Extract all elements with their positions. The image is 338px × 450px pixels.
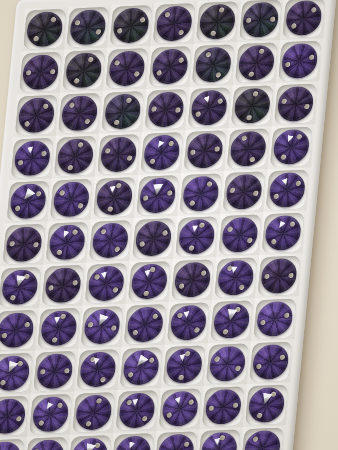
tray-cell	[107, 3, 154, 48]
tray-cell	[225, 126, 272, 171]
stitch-holes	[258, 208, 308, 257]
tray-cell	[21, 7, 68, 52]
tray-pocket	[241, 428, 284, 450]
tray-pocket	[0, 439, 25, 450]
stitch-holes	[137, 128, 187, 177]
stitch-holes	[190, 40, 237, 88]
tray-pocket	[163, 345, 206, 386]
stitch-holes	[70, 390, 117, 434]
light-glint	[152, 184, 163, 195]
stitch-holes	[46, 175, 96, 223]
tray-pocket	[7, 181, 50, 222]
stitch-holes	[163, 346, 206, 385]
tray-pocket	[132, 218, 175, 259]
rhinestone	[169, 304, 208, 341]
tray-pocket	[153, 3, 196, 44]
stitch-holes	[112, 386, 162, 435]
rhinestone	[1, 269, 40, 306]
rhinestone	[143, 134, 182, 171]
stitch-holes	[150, 0, 199, 48]
rhinestone	[52, 181, 91, 218]
stitch-holes	[65, 431, 115, 450]
tray-pocket	[188, 87, 231, 128]
tray-pocket	[33, 351, 76, 392]
tray-pocket	[159, 388, 202, 429]
tray-cell	[0, 437, 27, 450]
tray-cell	[109, 431, 156, 450]
stitch-holes	[279, 0, 328, 43]
tray-pocket	[120, 347, 163, 388]
stitch-holes	[242, 381, 291, 428]
tray-pocket	[266, 170, 309, 211]
rhinestone	[260, 258, 299, 295]
tray-cell	[78, 304, 125, 349]
tray-cell	[194, 0, 241, 44]
tray-pocket	[62, 50, 105, 91]
tray-cell	[185, 85, 232, 130]
tray-pocket	[97, 134, 140, 175]
tray-cell	[113, 388, 160, 433]
stitch-holes	[22, 434, 71, 450]
tray-cell	[0, 265, 44, 310]
tray-cell	[251, 296, 298, 341]
tray-cell	[64, 5, 111, 50]
tray-cell	[237, 0, 284, 42]
stitch-holes	[157, 384, 204, 432]
tray-pocket	[184, 130, 227, 171]
stitch-holes	[26, 390, 76, 439]
rhinestone	[91, 222, 130, 259]
rhinestone	[157, 433, 196, 450]
rhinestone	[64, 52, 103, 89]
stitch-holes	[203, 341, 251, 387]
tray-pocket	[15, 95, 58, 136]
rhinestone	[151, 48, 190, 85]
tray-pocket	[198, 429, 241, 450]
rhinestone	[122, 349, 161, 386]
tray-cell	[220, 169, 267, 214]
tray-pocket	[196, 1, 239, 42]
tray-cell	[208, 298, 255, 343]
tray-cell	[0, 351, 35, 396]
tray-cell	[177, 171, 224, 216]
tray-cell	[91, 175, 138, 220]
tray-cell	[259, 210, 306, 255]
rhinestone	[95, 179, 134, 216]
tray-pocket	[110, 5, 153, 46]
tray-cell	[142, 87, 189, 132]
tray-pocket	[179, 173, 222, 214]
stitch-holes	[273, 83, 318, 125]
rhinestone	[229, 131, 268, 168]
tray-pocket	[149, 46, 192, 87]
tray-cell	[190, 42, 237, 87]
rhinestone	[256, 301, 295, 338]
rhinestone	[83, 308, 122, 345]
tray-cell	[99, 89, 146, 134]
rhinestone	[134, 220, 173, 257]
stitch-holes	[163, 298, 213, 347]
tray-pocket	[50, 179, 93, 220]
rhinestone	[147, 91, 186, 128]
tray-grid	[0, 0, 327, 450]
tray-cell	[200, 384, 247, 429]
stitch-holes	[264, 166, 311, 214]
rhinestone	[112, 7, 151, 44]
tray-cell	[35, 306, 82, 351]
tray-pocket	[175, 216, 218, 257]
tray-pocket	[206, 343, 249, 384]
stitch-holes	[169, 255, 216, 303]
stitch-holes	[75, 345, 122, 393]
tray-pocket	[105, 48, 148, 89]
stitch-holes	[64, 4, 112, 50]
tray-cell	[243, 382, 290, 427]
tray-cell	[117, 345, 164, 390]
stitch-holes	[20, 5, 70, 54]
tray-cell	[103, 46, 150, 91]
rhinestone	[87, 265, 126, 302]
tray-pocket	[3, 224, 46, 265]
tray-pocket	[37, 308, 80, 349]
tray-cell	[74, 347, 121, 392]
rhinestone	[5, 226, 44, 263]
tray-pocket	[76, 349, 119, 390]
tray-cell	[169, 257, 216, 302]
tray-cell	[229, 83, 276, 128]
rhinestone	[25, 11, 64, 48]
tray-cell	[161, 343, 208, 388]
rhinestone	[56, 138, 95, 175]
stitch-holes	[212, 253, 260, 302]
tray-pocket	[270, 127, 313, 168]
rhinestone	[208, 346, 247, 383]
rhinestone	[130, 263, 169, 300]
rhinestone	[276, 86, 315, 123]
tray-pocket	[223, 171, 266, 212]
stitch-holes	[95, 132, 142, 176]
stitch-holes	[238, 423, 287, 450]
stitch-holes	[186, 83, 233, 131]
rhinestone	[21, 54, 60, 91]
tray-pocket	[249, 342, 292, 383]
rhinestone	[237, 45, 276, 82]
rhinestone	[194, 46, 233, 83]
tray-cell	[130, 216, 177, 261]
stitch-holes	[102, 45, 151, 92]
tray-cell	[27, 392, 74, 437]
tray-pocket	[111, 433, 154, 450]
tray-pocket	[54, 136, 97, 177]
tray-pocket	[93, 177, 136, 218]
stitch-holes	[222, 172, 265, 211]
rhinestone	[186, 132, 225, 169]
tray-cell	[52, 134, 99, 179]
rhinestone	[221, 217, 260, 254]
stitch-holes	[233, 41, 280, 85]
tray-pocket	[58, 93, 101, 134]
rhinestone	[0, 398, 27, 435]
rhinestone	[126, 306, 165, 343]
stitch-holes	[207, 298, 255, 344]
tray-pocket	[257, 256, 300, 297]
tray-pocket	[171, 259, 214, 300]
tray-cell	[122, 302, 169, 347]
tray-pocket	[0, 267, 41, 308]
rhinestone	[225, 174, 264, 211]
stitch-holes	[266, 123, 316, 171]
tray-pocket	[167, 302, 210, 343]
tray-cell	[48, 177, 95, 222]
stitch-holes	[12, 90, 62, 139]
tray-pocket	[282, 0, 325, 38]
stitch-holes	[42, 218, 92, 266]
stitch-holes	[21, 54, 60, 91]
tray-pocket	[140, 132, 183, 173]
stitch-holes	[176, 169, 226, 218]
stitch-holes	[81, 259, 131, 307]
tray-cell	[247, 339, 294, 384]
tray-cell	[181, 128, 228, 173]
tray-pocket	[192, 44, 235, 85]
rhinestone	[35, 353, 74, 390]
tray-pocket	[124, 304, 167, 345]
rhinestone	[0, 312, 35, 349]
tray-cell	[60, 48, 107, 93]
tray-pocket	[68, 435, 111, 450]
tray-cell	[44, 220, 91, 265]
stitch-holes	[249, 339, 292, 385]
rhinestone	[75, 394, 114, 431]
rhinestone	[165, 347, 204, 384]
tray-pocket	[202, 386, 245, 427]
stitch-holes	[121, 300, 170, 349]
rhinestone	[99, 136, 138, 173]
stitch-holes	[173, 215, 220, 259]
stitch-holes	[80, 307, 123, 346]
stitch-holes	[279, 39, 320, 83]
stitch-holes	[147, 42, 194, 90]
stitch-holes	[226, 125, 271, 172]
tray-pocket	[23, 9, 66, 50]
stitch-holes	[195, 1, 240, 43]
rhinestone	[44, 267, 83, 304]
tray-pocket	[231, 85, 274, 126]
tray-cell	[239, 425, 286, 450]
rhinestone	[247, 387, 286, 424]
tray-cell	[83, 261, 130, 306]
tray-pocket	[89, 220, 132, 261]
stitch-holes	[0, 264, 44, 311]
tray-cell	[66, 433, 113, 450]
rhinestone	[177, 218, 216, 255]
tray-cell	[56, 91, 103, 136]
rhinestone	[108, 50, 147, 87]
rhinestone	[268, 172, 307, 209]
stitch-holes	[260, 258, 299, 295]
rhinestone	[118, 392, 157, 429]
tray-cell	[126, 259, 173, 304]
rhinestone	[13, 140, 52, 177]
tray-cell	[264, 167, 311, 212]
rhinestone	[79, 351, 118, 388]
stitch-holes	[145, 91, 186, 128]
rhinestone	[70, 437, 109, 450]
rhinestone	[138, 177, 177, 214]
stitch-holes	[52, 134, 99, 178]
tray-pocket	[227, 128, 270, 169]
stitch-holes	[3, 226, 44, 263]
stitch-holes	[254, 297, 295, 341]
rhinestone	[0, 441, 23, 450]
tray-cell	[39, 263, 86, 308]
tray-cell	[272, 81, 319, 126]
rhinestone	[173, 261, 212, 298]
tray-pocket	[29, 394, 72, 435]
tray-cell	[280, 0, 327, 40]
tray-cell	[95, 132, 142, 177]
tray-cell	[196, 427, 243, 450]
tray-pocket	[214, 257, 257, 298]
tray-cell	[9, 136, 56, 181]
tray-pocket	[42, 265, 85, 306]
rhinestone	[104, 93, 143, 130]
stitch-holes	[4, 177, 52, 226]
stitch-holes	[36, 307, 81, 349]
tray-pocket	[0, 396, 29, 437]
rhinestone	[216, 260, 255, 297]
rhinestone	[27, 439, 66, 450]
stitch-holes	[131, 215, 176, 262]
rhinestone	[17, 97, 56, 134]
rhinestone	[243, 430, 282, 450]
tray-cell	[276, 38, 323, 83]
stitch-holes	[59, 47, 108, 94]
rhinestone	[40, 310, 79, 347]
tray-pocket	[0, 310, 37, 351]
tray-cell	[146, 44, 193, 89]
stitch-holes	[86, 216, 135, 265]
stitch-holes	[0, 307, 38, 354]
stitch-holes	[99, 89, 147, 135]
tray-cell	[4, 179, 51, 224]
tray-pocket	[72, 392, 115, 433]
tray-cell	[13, 93, 60, 138]
rhinestone	[241, 2, 280, 39]
tray-pocket	[25, 437, 68, 450]
rhinestone	[198, 3, 237, 40]
rhinestone	[0, 355, 31, 392]
tray-pocket	[128, 261, 171, 302]
tray-cell	[0, 222, 47, 267]
tray-pocket	[274, 84, 317, 125]
tray-cell	[204, 341, 251, 386]
storage-tray	[0, 0, 337, 450]
rhinestone	[264, 215, 303, 252]
stitch-holes	[139, 175, 177, 217]
tray-pocket	[239, 0, 282, 40]
stitch-holes	[117, 343, 165, 392]
tray-pocket	[210, 300, 253, 341]
rhinestone	[182, 175, 221, 212]
tray-pocket	[81, 306, 124, 347]
rhinestone	[190, 89, 229, 126]
tray-cell	[23, 435, 70, 450]
stitch-holes	[11, 135, 54, 181]
rhinestone	[9, 183, 48, 220]
stitch-holes	[231, 86, 274, 125]
tray-pocket	[0, 353, 33, 394]
stitch-holes	[0, 436, 25, 450]
tray-pocket	[245, 385, 288, 426]
tray-cell	[152, 429, 199, 450]
rhinestone	[280, 43, 319, 80]
tray-pocket	[155, 431, 198, 450]
stitch-holes	[215, 211, 264, 258]
rhinestone	[155, 5, 194, 42]
tray-pocket	[46, 222, 89, 263]
tray-cell	[156, 386, 203, 431]
stitch-holes	[187, 131, 223, 170]
tray-cell	[17, 50, 64, 95]
rhinestone	[272, 129, 311, 166]
tray-cell	[0, 308, 39, 353]
rhinestone	[69, 9, 108, 46]
tray-pocket	[144, 89, 187, 130]
rhinestone	[31, 396, 70, 433]
rhinestone	[60, 95, 99, 132]
tray-cell	[151, 1, 198, 46]
tray-pocket	[253, 299, 296, 340]
tray-cell	[70, 390, 117, 435]
rhinestone	[161, 390, 200, 427]
tray-cell	[268, 124, 315, 169]
tray-pocket	[136, 175, 179, 216]
stitch-holes	[44, 264, 82, 306]
rhinestone	[251, 344, 290, 381]
stitch-holes	[152, 427, 200, 450]
rhinestone	[233, 88, 272, 125]
tray-pocket	[278, 41, 321, 82]
rhinestone	[48, 224, 87, 261]
tray-cell	[233, 40, 280, 85]
stitch-holes	[109, 2, 154, 49]
tray-pocket	[101, 91, 144, 132]
tray-pocket	[11, 138, 54, 179]
tray-pocket	[262, 213, 305, 254]
tray-pocket	[85, 263, 128, 304]
tray-cell	[31, 349, 78, 394]
tray-pocket	[218, 214, 261, 255]
rhinestone	[204, 389, 243, 426]
tray-cell	[212, 255, 259, 300]
stitch-holes	[55, 89, 105, 138]
stitch-holes	[35, 353, 74, 390]
rhinestone	[212, 303, 251, 340]
tray-cell	[255, 253, 302, 298]
stitch-holes	[128, 262, 171, 301]
tray-pocket	[116, 390, 159, 431]
rhinestone	[285, 0, 324, 36]
tray-cell	[138, 130, 185, 175]
tray-cell	[87, 218, 134, 263]
photo-canvas	[0, 0, 338, 450]
stitch-holes	[241, 2, 280, 39]
tray-cell	[134, 173, 181, 218]
tray-cell	[173, 214, 220, 259]
tray-pocket	[235, 42, 278, 83]
tray-cell	[216, 212, 263, 257]
